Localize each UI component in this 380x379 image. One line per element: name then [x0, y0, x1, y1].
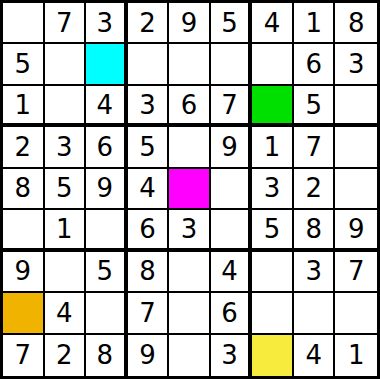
- cell-r8c6[interactable]: 6: [211, 293, 253, 334]
- cell-r4c1[interactable]: 2: [3, 127, 45, 168]
- cell-r7c4[interactable]: 8: [128, 252, 170, 293]
- cell-r9c5[interactable]: [169, 335, 211, 376]
- cell-r6c1[interactable]: [3, 210, 45, 251]
- cell-r2c4[interactable]: [128, 44, 170, 85]
- cell-r2c7[interactable]: [252, 44, 294, 85]
- sudoku-board: 7329541856314367523659178594321635899584…: [0, 0, 380, 379]
- cell-r1c7[interactable]: 4: [252, 3, 294, 44]
- cell-r6c9[interactable]: 9: [335, 210, 377, 251]
- cell-r7c7[interactable]: [252, 252, 294, 293]
- cell-r5c4[interactable]: 4: [128, 169, 170, 210]
- cell-r2c5[interactable]: [169, 44, 211, 85]
- cell-r5c7[interactable]: 3: [252, 169, 294, 210]
- cell-r2c2[interactable]: [45, 44, 87, 85]
- cell-r3c9[interactable]: [335, 86, 377, 127]
- cell-r1c5[interactable]: 9: [169, 3, 211, 44]
- cell-r7c8[interactable]: 3: [294, 252, 336, 293]
- cell-r2c6[interactable]: [211, 44, 253, 85]
- cell-r1c2[interactable]: 7: [45, 3, 87, 44]
- cell-r8c8[interactable]: [294, 293, 336, 334]
- cell-r6c3[interactable]: [86, 210, 128, 251]
- cell-r7c1[interactable]: 9: [3, 252, 45, 293]
- cell-r9c3[interactable]: 8: [86, 335, 128, 376]
- cell-r2c9[interactable]: 3: [335, 44, 377, 85]
- cell-r6c2[interactable]: 1: [45, 210, 87, 251]
- cell-r9c6[interactable]: 3: [211, 335, 253, 376]
- cell-r8c3[interactable]: [86, 293, 128, 334]
- cell-r5c5-magenta-highlight[interactable]: [169, 169, 211, 210]
- cell-r3c2[interactable]: [45, 86, 87, 127]
- cell-r5c6[interactable]: [211, 169, 253, 210]
- cell-r1c9[interactable]: 8: [335, 3, 377, 44]
- cell-r3c8[interactable]: 5: [294, 86, 336, 127]
- cell-r1c3[interactable]: 3: [86, 3, 128, 44]
- cell-r1c8[interactable]: 1: [294, 3, 336, 44]
- cell-r9c8[interactable]: 4: [294, 335, 336, 376]
- cell-r2c8[interactable]: 6: [294, 44, 336, 85]
- cell-r4c3[interactable]: 6: [86, 127, 128, 168]
- cell-r7c2[interactable]: [45, 252, 87, 293]
- cell-r3c1[interactable]: 1: [3, 86, 45, 127]
- cell-r6c4[interactable]: 6: [128, 210, 170, 251]
- cell-r1c6[interactable]: 5: [211, 3, 253, 44]
- cell-r4c8[interactable]: 7: [294, 127, 336, 168]
- cell-r1c1[interactable]: [3, 3, 45, 44]
- cell-r8c2[interactable]: 4: [45, 293, 87, 334]
- cell-r9c1[interactable]: 7: [3, 335, 45, 376]
- cell-r8c7[interactable]: [252, 293, 294, 334]
- cell-r8c1-orange-highlight[interactable]: [3, 293, 45, 334]
- cell-r1c4[interactable]: 2: [128, 3, 170, 44]
- cell-r9c9[interactable]: 1: [335, 335, 377, 376]
- cell-r6c5[interactable]: 3: [169, 210, 211, 251]
- cell-r3c6[interactable]: 7: [211, 86, 253, 127]
- cell-r7c9[interactable]: 7: [335, 252, 377, 293]
- cell-r3c3[interactable]: 4: [86, 86, 128, 127]
- cell-r4c7[interactable]: 1: [252, 127, 294, 168]
- cell-r6c6[interactable]: [211, 210, 253, 251]
- cell-r5c9[interactable]: [335, 169, 377, 210]
- cell-r3c4[interactable]: 3: [128, 86, 170, 127]
- cell-r5c2[interactable]: 5: [45, 169, 87, 210]
- cell-r3c7-green-highlight[interactable]: [252, 86, 294, 127]
- cell-r6c8[interactable]: 8: [294, 210, 336, 251]
- cell-r6c7[interactable]: 5: [252, 210, 294, 251]
- cell-r9c2[interactable]: 2: [45, 335, 87, 376]
- cell-r4c2[interactable]: 3: [45, 127, 87, 168]
- cell-r5c8[interactable]: 2: [294, 169, 336, 210]
- cell-r9c7-yellow-highlight[interactable]: [252, 335, 294, 376]
- cell-r7c3[interactable]: 5: [86, 252, 128, 293]
- cell-r5c3[interactable]: 9: [86, 169, 128, 210]
- cell-r4c4[interactable]: 5: [128, 127, 170, 168]
- cell-r2c1[interactable]: 5: [3, 44, 45, 85]
- cell-r5c1[interactable]: 8: [3, 169, 45, 210]
- cell-r4c9[interactable]: [335, 127, 377, 168]
- cell-r2c3-cyan-highlight[interactable]: [86, 44, 128, 85]
- cell-r8c4[interactable]: 7: [128, 293, 170, 334]
- cell-r7c6[interactable]: 4: [211, 252, 253, 293]
- cell-r7c5[interactable]: [169, 252, 211, 293]
- cell-r8c5[interactable]: [169, 293, 211, 334]
- cell-r9c4[interactable]: 9: [128, 335, 170, 376]
- cell-r4c6[interactable]: 9: [211, 127, 253, 168]
- cell-r8c9[interactable]: [335, 293, 377, 334]
- cell-r3c5[interactable]: 6: [169, 86, 211, 127]
- cell-r4c5[interactable]: [169, 127, 211, 168]
